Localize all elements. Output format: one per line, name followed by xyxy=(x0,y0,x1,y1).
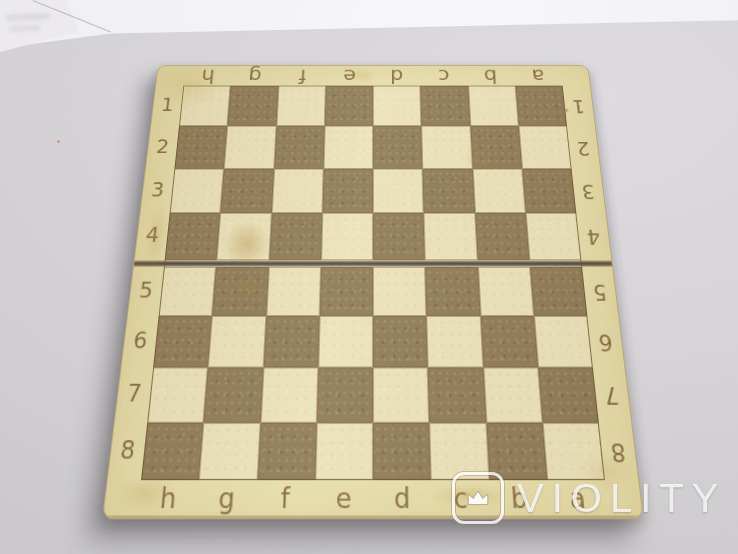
rank-label-right-1: 1 xyxy=(563,86,595,127)
rank-label-glyph: 4 xyxy=(145,226,160,246)
rank-label-right-2: 2 xyxy=(567,126,600,168)
rank-label-glyph: 2 xyxy=(155,138,170,156)
square-b2 xyxy=(470,126,522,168)
square-e1 xyxy=(324,86,373,127)
file-label-glyph: d xyxy=(394,485,411,513)
square-g4 xyxy=(217,213,272,260)
file-label-top-c: c xyxy=(420,66,468,86)
square-e4 xyxy=(321,213,373,260)
square-c6 xyxy=(427,316,483,368)
fold-seam xyxy=(134,260,612,267)
rank-label-glyph: 3 xyxy=(581,181,596,200)
square-d5 xyxy=(373,266,427,315)
file-label-glyph: h xyxy=(201,67,216,85)
watermark-text: VIOLITY xyxy=(517,476,726,521)
square-d4 xyxy=(373,213,425,260)
file-label-glyph: e xyxy=(336,485,352,513)
square-c5 xyxy=(425,266,480,315)
square-e3 xyxy=(322,169,373,213)
rank-label-left-1: 1 xyxy=(151,86,183,127)
rank-label-glyph: 6 xyxy=(132,330,148,352)
square-h5 xyxy=(159,266,217,315)
file-label-glyph: e xyxy=(343,67,356,85)
square-g2 xyxy=(224,126,276,168)
square-b7 xyxy=(483,368,542,423)
file-label-glyph: b xyxy=(484,67,498,85)
file-label-top-g: g xyxy=(231,66,279,86)
rank-label-glyph: 8 xyxy=(610,439,627,464)
rank-label-right-3: 3 xyxy=(572,169,606,213)
rank-label-glyph: 8 xyxy=(119,439,136,464)
square-h7 xyxy=(147,368,208,423)
square-a6 xyxy=(534,316,593,368)
rank-label-glyph: 6 xyxy=(598,330,614,352)
square-g7 xyxy=(204,368,263,423)
square-h2 xyxy=(174,126,227,168)
square-c2 xyxy=(422,126,473,168)
square-a2 xyxy=(519,126,572,168)
square-g8 xyxy=(199,422,260,480)
violity-watermark: VIOLITY xyxy=(452,472,726,524)
crown-badge-icon xyxy=(452,472,504,524)
rank-label-glyph: 5 xyxy=(592,280,608,301)
photo-stage: hgfedcba1122334455667788hgfedcba VIOLITY xyxy=(0,0,738,554)
rank-label-glyph: 3 xyxy=(150,181,165,200)
square-f8 xyxy=(257,422,317,480)
square-f5 xyxy=(266,266,321,315)
file-label-bottom-g: g xyxy=(196,480,257,518)
square-b5 xyxy=(478,266,534,315)
file-label-top-b: b xyxy=(467,66,515,86)
square-b4 xyxy=(475,213,530,260)
rank-label-right-6: 6 xyxy=(587,316,624,368)
file-label-top-f: f xyxy=(278,66,326,86)
file-label-top-h: h xyxy=(183,66,232,86)
square-f7 xyxy=(260,368,318,423)
file-label-bottom-d: d xyxy=(373,480,432,518)
square-a4 xyxy=(525,213,581,260)
square-e7 xyxy=(317,368,373,423)
file-label-bottom-h: h xyxy=(137,480,199,518)
chessboard: hgfedcba1122334455667788hgfedcba xyxy=(102,65,644,519)
square-d8 xyxy=(373,422,431,480)
file-label-bottom-f: f xyxy=(255,480,315,518)
square-d1 xyxy=(373,86,422,127)
file-label-glyph: h xyxy=(159,485,178,513)
rank-label-glyph: 4 xyxy=(586,226,601,246)
square-b6 xyxy=(480,316,538,368)
square-d3 xyxy=(373,169,424,213)
square-c7 xyxy=(428,368,486,423)
rank-label-glyph: 1 xyxy=(160,97,174,114)
rank-label-glyph: 7 xyxy=(126,383,143,406)
square-f2 xyxy=(274,126,325,168)
file-label-top-d: d xyxy=(373,66,420,86)
rank-label-right-5: 5 xyxy=(582,266,618,315)
file-label-top-a: a xyxy=(514,66,563,86)
square-f1 xyxy=(276,86,326,127)
file-label-glyph: g xyxy=(248,67,262,85)
file-label-bottom-e: e xyxy=(314,480,373,518)
file-label-glyph: g xyxy=(218,485,236,513)
square-h8 xyxy=(141,422,204,480)
square-d7 xyxy=(373,368,429,423)
square-d6 xyxy=(373,316,428,368)
square-b1 xyxy=(468,86,519,127)
rank-label-right-7: 7 xyxy=(593,368,631,423)
file-label-glyph: d xyxy=(390,67,403,85)
crown-icon xyxy=(465,487,491,509)
square-a5 xyxy=(530,266,588,315)
file-label-glyph: f xyxy=(280,485,290,513)
square-g3 xyxy=(221,169,274,213)
square-c4 xyxy=(424,213,477,260)
square-f6 xyxy=(263,316,319,368)
file-label-glyph: a xyxy=(531,67,545,85)
square-g5 xyxy=(212,266,268,315)
square-c1 xyxy=(420,86,470,127)
file-label-glyph: f xyxy=(298,67,306,85)
chessboard-wrapper: hgfedcba1122334455667788hgfedcba xyxy=(133,36,613,496)
square-e8 xyxy=(315,422,373,480)
file-label-glyph: c xyxy=(438,67,450,85)
square-h4 xyxy=(165,213,221,260)
square-g6 xyxy=(208,316,266,368)
square-e2 xyxy=(323,126,373,168)
square-a7 xyxy=(538,368,599,423)
rank-label-glyph: 2 xyxy=(576,138,591,156)
rank-label-right-4: 4 xyxy=(576,213,611,260)
dust-speck xyxy=(57,140,60,143)
square-b3 xyxy=(472,169,525,213)
square-a3 xyxy=(522,169,576,213)
square-f4 xyxy=(269,213,322,260)
square-f3 xyxy=(271,169,323,213)
square-c3 xyxy=(423,169,475,213)
rank-label-glyph: 1 xyxy=(571,97,585,114)
square-h1 xyxy=(179,86,231,127)
square-d2 xyxy=(373,126,423,168)
rank-label-glyph: 5 xyxy=(138,280,154,301)
square-a1 xyxy=(515,86,567,127)
square-e5 xyxy=(319,266,373,315)
square-g1 xyxy=(227,86,278,127)
square-e6 xyxy=(318,316,373,368)
square-h3 xyxy=(170,169,224,213)
file-label-top-e: e xyxy=(326,66,373,86)
square-h6 xyxy=(153,316,212,368)
rank-label-glyph: 7 xyxy=(603,383,620,406)
